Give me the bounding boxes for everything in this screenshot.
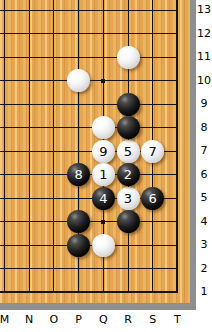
grid-line-col-O [53, 0, 54, 293]
row-label-12: 12 [196, 27, 212, 41]
white-stone-q3 [92, 234, 115, 257]
column-label-S: S [145, 313, 161, 327]
white-stone-q6: 1 [92, 163, 115, 186]
row-label-11: 11 [196, 50, 212, 64]
black-stone-p3 [67, 234, 90, 257]
move-number-label: 5 [124, 145, 132, 158]
grid-line-row-1 [0, 291, 178, 293]
row-label-1: 1 [196, 285, 212, 299]
grid-line-col-M [4, 0, 5, 293]
row-label-10: 10 [196, 74, 212, 88]
black-stone-p4 [67, 210, 90, 233]
column-label-T: T [169, 313, 185, 327]
star-point-q4 [101, 220, 105, 224]
row-label-7: 7 [196, 144, 212, 158]
grid-line-row-11 [0, 57, 178, 58]
black-stone-s5: 6 [141, 187, 164, 210]
move-number-label: 6 [149, 192, 157, 205]
move-number-label: 8 [74, 168, 82, 181]
grid-line-col-N [29, 0, 30, 293]
black-stone-r4 [117, 210, 140, 233]
black-stone-p6: 8 [67, 163, 90, 186]
white-stone-r11 [117, 46, 140, 69]
move-number-label: 1 [99, 168, 107, 181]
black-stone-q5: 4 [92, 187, 115, 210]
grid-line-row-2 [0, 268, 178, 269]
column-coordinate-labels: MNOPQRST [0, 313, 196, 332]
black-stone-r8 [117, 116, 140, 139]
column-label-O: O [46, 313, 62, 327]
row-label-4: 4 [196, 215, 212, 229]
go-diagram: 957138246 13121110987654321 MNOPQRST [0, 0, 212, 332]
move-number-label: 4 [99, 192, 107, 205]
row-label-6: 6 [196, 168, 212, 182]
white-stone-s7: 7 [141, 140, 164, 163]
grid-line-col-T [176, 0, 178, 293]
white-stone-q7: 9 [92, 140, 115, 163]
white-stone-r7: 5 [117, 140, 140, 163]
white-stone-r5: 3 [117, 187, 140, 210]
move-number-label: 7 [149, 145, 157, 158]
row-coordinate-labels: 13121110987654321 [196, 0, 212, 310]
row-label-2: 2 [196, 262, 212, 276]
white-stone-q8 [92, 116, 115, 139]
grid-line-row-9 [0, 104, 178, 105]
row-label-3: 3 [196, 238, 212, 252]
row-label-13: 13 [196, 3, 212, 17]
row-label-8: 8 [196, 121, 212, 135]
go-board[interactable]: 957138246 [0, 0, 196, 310]
grid-line-row-13 [0, 10, 178, 11]
grid-line-row-8 [0, 127, 178, 128]
row-label-9: 9 [196, 97, 212, 111]
row-label-5: 5 [196, 191, 212, 205]
black-stone-r6: 2 [117, 163, 140, 186]
grid-line-row-12 [0, 33, 178, 34]
column-label-R: R [120, 313, 136, 327]
move-number-label: 3 [124, 192, 132, 205]
column-label-N: N [21, 313, 37, 327]
column-label-Q: Q [95, 313, 111, 327]
column-label-P: P [71, 313, 87, 327]
move-number-label: 9 [99, 145, 107, 158]
move-number-label: 2 [124, 168, 132, 181]
star-point-q10 [101, 79, 105, 83]
column-label-M: M [0, 313, 13, 327]
black-stone-r9 [117, 93, 140, 116]
white-stone-p10 [67, 69, 90, 92]
